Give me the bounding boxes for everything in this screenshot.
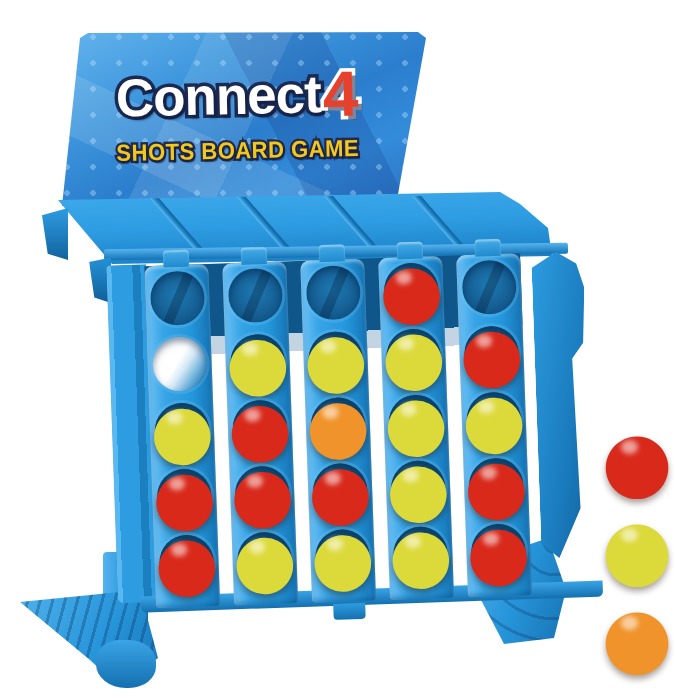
ball-red[interactable]: ● bbox=[156, 468, 212, 524]
board-cell-r1c1 bbox=[144, 264, 210, 332]
hole: ● bbox=[310, 397, 366, 453]
hole: ● bbox=[154, 402, 210, 458]
empty-hole bbox=[149, 270, 205, 326]
hole: ● bbox=[230, 333, 286, 389]
ball-red[interactable]: ● bbox=[232, 399, 288, 455]
empty-hole bbox=[152, 336, 208, 392]
board-column-1[interactable]: ●●● bbox=[144, 264, 220, 608]
game-board: ●●●●●●●●●●●●●●●●●●●● bbox=[89, 235, 602, 622]
product-photo-connect4-shots: Connect4 SHOTS BOARD GAME ●●●●●●●●●●●●●●… bbox=[0, 0, 700, 700]
ball-red[interactable]: ● bbox=[234, 465, 290, 521]
board-column-2[interactable]: ●●●● bbox=[222, 261, 298, 605]
hole: ● bbox=[308, 331, 364, 387]
ball-yellow[interactable]: ● bbox=[390, 460, 446, 516]
ball-red[interactable]: ● bbox=[312, 463, 368, 519]
board-cell-r5c4: ● bbox=[387, 520, 453, 588]
ball-yellow[interactable]: ● bbox=[237, 531, 293, 587]
board-cell-r5c5: ● bbox=[465, 517, 531, 585]
sign-text: Connect4 SHOTS BOARD GAME bbox=[57, 60, 417, 167]
hole: ● bbox=[393, 526, 449, 582]
ball-red[interactable]: ● bbox=[159, 534, 215, 590]
hole: ● bbox=[237, 531, 293, 587]
ball-yellow[interactable]: ● bbox=[386, 328, 442, 384]
ball-red[interactable]: ● bbox=[471, 523, 527, 579]
ball-red[interactable]: ● bbox=[383, 262, 439, 318]
hole: ● bbox=[464, 325, 520, 381]
tray-divider-1 bbox=[148, 196, 207, 254]
board-column-3[interactable]: ●●●● bbox=[300, 259, 376, 603]
board-right-wall bbox=[531, 251, 594, 559]
empty-hole bbox=[461, 259, 517, 315]
loose-balls-tray: ●●● bbox=[608, 432, 666, 666]
hole: ● bbox=[471, 523, 527, 579]
hole: ● bbox=[468, 457, 524, 513]
ball-yellow[interactable]: ● bbox=[388, 394, 444, 450]
ball-yellow[interactable]: ● bbox=[393, 526, 449, 582]
game-title: Connect4 bbox=[57, 60, 416, 131]
hole: ● bbox=[390, 460, 446, 516]
ball-orange[interactable]: ● bbox=[310, 397, 366, 453]
board-column-5[interactable]: ●●●● bbox=[456, 253, 532, 597]
hole: ● bbox=[232, 399, 288, 455]
board-column-4[interactable]: ●●●●● bbox=[378, 256, 454, 600]
tray-left-wing bbox=[42, 208, 68, 260]
hole: ● bbox=[156, 468, 212, 524]
ball-yellow[interactable]: ● bbox=[154, 402, 210, 458]
board-bottom-tab bbox=[333, 603, 366, 620]
ball-yellow[interactable]: ● bbox=[315, 529, 371, 585]
loose-ball-orange[interactable]: ● bbox=[608, 608, 666, 666]
ball-yellow[interactable]: ● bbox=[308, 331, 364, 387]
hole: ● bbox=[234, 465, 290, 521]
ball-yellow[interactable]: ● bbox=[466, 391, 522, 447]
ball-red[interactable]: ● bbox=[468, 457, 524, 513]
game-title-main: Connect bbox=[115, 64, 321, 127]
ball-red[interactable]: ● bbox=[464, 325, 520, 381]
hole: ● bbox=[159, 534, 215, 590]
hole: ● bbox=[388, 394, 444, 450]
loose-ball-yellow[interactable]: ● bbox=[608, 520, 666, 578]
hole: ● bbox=[386, 328, 442, 384]
hole: ● bbox=[383, 262, 439, 318]
loose-ball-red[interactable]: ● bbox=[608, 432, 666, 490]
ball-yellow[interactable]: ● bbox=[230, 333, 286, 389]
game-title-number: 4 bbox=[322, 57, 358, 130]
empty-hole bbox=[305, 265, 361, 321]
hole: ● bbox=[466, 391, 522, 447]
empty-hole bbox=[227, 267, 283, 323]
hole: ● bbox=[315, 529, 371, 585]
board-cell-r5c3: ● bbox=[309, 522, 375, 590]
board-cell-r5c1: ● bbox=[153, 528, 219, 596]
board-cell-r5c2: ● bbox=[231, 525, 297, 593]
hole: ● bbox=[312, 463, 368, 519]
game-subtitle: SHOTS BOARD GAME bbox=[59, 133, 417, 168]
left-foot-toe bbox=[96, 640, 156, 688]
backboard-sign: Connect4 SHOTS BOARD GAME bbox=[58, 28, 430, 208]
board-grid: ●●●●●●●●●●●●●●●●●●●● bbox=[144, 253, 532, 608]
